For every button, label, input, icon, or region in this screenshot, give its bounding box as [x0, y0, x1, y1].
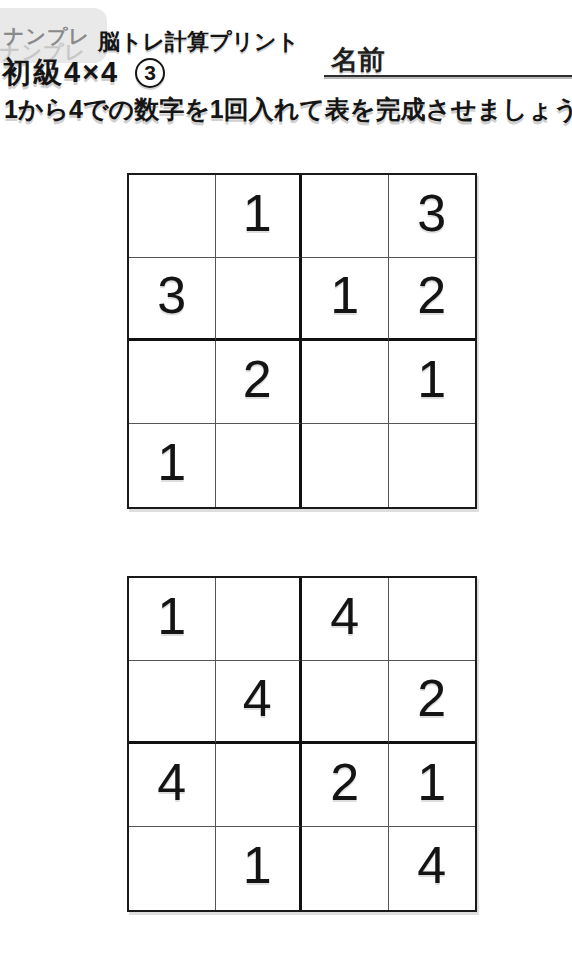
puzzle-1-cell-r4c4[interactable] [389, 424, 476, 507]
name-label: 名前 [331, 42, 385, 78]
puzzle-1-cell-r2c2[interactable] [216, 258, 303, 341]
puzzle-2-cell-r3c4: 1 [389, 744, 476, 827]
level-title: 初級4×4 3 [2, 53, 165, 93]
puzzle-2-cell-r2c4: 2 [389, 661, 476, 744]
puzzle-2-cell-r4c4: 4 [389, 827, 476, 910]
puzzle-2-cell-r2c2: 4 [216, 661, 303, 744]
puzzle-2-cell-r1c2[interactable] [216, 578, 303, 661]
puzzle-2-cell-r1c4[interactable] [389, 578, 476, 661]
puzzle-2-cell-r3c2[interactable] [216, 744, 303, 827]
puzzle-2-cell-r4c1[interactable] [129, 827, 216, 910]
puzzle-number-circle: 3 [135, 58, 165, 88]
puzzle-1-cell-r3c4: 1 [389, 341, 476, 424]
name-input-line[interactable] [324, 75, 572, 77]
puzzle-1-cell-r1c1[interactable] [129, 175, 216, 258]
puzzle-2-cell-r2c1[interactable] [129, 661, 216, 744]
puzzle-number: 3 [144, 61, 156, 85]
puzzle-grid-1: 13312211 [127, 173, 477, 509]
puzzle-2-cell-r1c3: 4 [302, 578, 389, 661]
nanpure-logo: ナンプレ [4, 23, 90, 50]
puzzle-2-cell-r2c3[interactable] [302, 661, 389, 744]
puzzle-1-cell-r1c2: 1 [216, 175, 303, 258]
puzzle-grid-2: 144242114 [127, 576, 477, 912]
puzzle-2-cell-r3c3: 2 [302, 744, 389, 827]
puzzle-1-cell-r3c1[interactable] [129, 341, 216, 424]
puzzle-1-cell-r3c2: 2 [216, 341, 303, 424]
puzzle-1-cell-r2c3: 1 [302, 258, 389, 341]
instruction-text: 1から4での数字を1回入れて表を完成させましょう [4, 93, 572, 126]
puzzle-2-cell-r1c1: 1 [129, 578, 216, 661]
puzzle-1-cell-r4c2[interactable] [216, 424, 303, 507]
puzzle-2-cell-r4c3[interactable] [302, 827, 389, 910]
worksheet-page: ナンプレ ナンプレ 脳トレ計算プリント 初級4×4 3 名前 1から4での数字を… [0, 0, 572, 973]
puzzle-1-cell-r3c3[interactable] [302, 341, 389, 424]
puzzle-1-cell-r1c4: 3 [389, 175, 476, 258]
puzzle-1-cell-r4c1: 1 [129, 424, 216, 507]
puzzle-2-cell-r3c1: 4 [129, 744, 216, 827]
puzzle-1-cell-r2c4: 2 [389, 258, 476, 341]
puzzle-1-cell-r4c3[interactable] [302, 424, 389, 507]
puzzle-1-cell-r1c3[interactable] [302, 175, 389, 258]
puzzle-2-cell-r4c2: 1 [216, 827, 303, 910]
puzzle-1-cell-r2c1: 3 [129, 258, 216, 341]
level-label: 初級4×4 [2, 53, 119, 93]
